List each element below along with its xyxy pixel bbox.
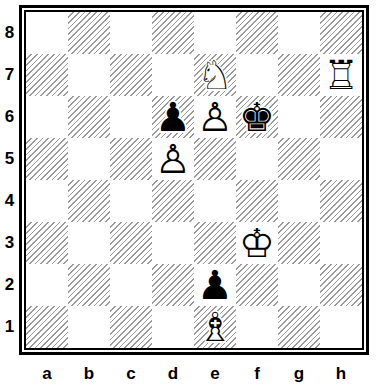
black-king[interactable]: ♚ xyxy=(236,96,278,138)
square-c7[interactable] xyxy=(110,54,152,96)
square-d2[interactable] xyxy=(152,264,194,306)
square-e6[interactable]: ♟♙ xyxy=(194,96,236,138)
square-f7[interactable] xyxy=(236,54,278,96)
file-labels: a b c d e f g h xyxy=(19,355,369,389)
square-h1[interactable] xyxy=(320,306,362,348)
square-c1[interactable] xyxy=(110,306,152,348)
piece-outline-layer: ♘ xyxy=(197,54,233,96)
square-e4[interactable] xyxy=(194,180,236,222)
square-d3[interactable] xyxy=(152,222,194,264)
square-b2[interactable] xyxy=(68,264,110,306)
square-a5[interactable] xyxy=(26,138,68,180)
rank-label-1: 1 xyxy=(0,306,19,348)
square-b3[interactable] xyxy=(68,222,110,264)
square-a4[interactable] xyxy=(26,180,68,222)
white-pawn[interactable]: ♟♙ xyxy=(194,96,236,138)
square-h7[interactable]: ♜♖ xyxy=(320,54,362,96)
square-e3[interactable] xyxy=(194,222,236,264)
square-h4[interactable] xyxy=(320,180,362,222)
square-e8[interactable] xyxy=(194,12,236,54)
white-knight[interactable]: ♞♘ xyxy=(194,54,236,96)
square-g6[interactable] xyxy=(278,96,320,138)
square-g7[interactable] xyxy=(278,54,320,96)
square-c8[interactable] xyxy=(110,12,152,54)
chess-diagram-page: 8 7 6 5 4 3 2 1 ♞♘♜♖♟♟♙♚♟♙♚♔♟♝♗ a b c d … xyxy=(0,0,385,389)
file-label-g: g xyxy=(278,364,320,389)
square-d7[interactable] xyxy=(152,54,194,96)
piece-outline-layer: ♙ xyxy=(155,138,191,180)
rank-label-7: 7 xyxy=(0,54,19,96)
square-b7[interactable] xyxy=(68,54,110,96)
rank-label-2: 2 xyxy=(0,264,19,306)
rank-label-4: 4 xyxy=(0,180,19,222)
file-label-a: a xyxy=(26,364,68,389)
square-e1[interactable]: ♝♗ xyxy=(194,306,236,348)
square-a2[interactable] xyxy=(26,264,68,306)
file-label-e: e xyxy=(194,364,236,389)
square-a3[interactable] xyxy=(26,222,68,264)
square-b5[interactable] xyxy=(68,138,110,180)
square-h6[interactable] xyxy=(320,96,362,138)
square-h8[interactable] xyxy=(320,12,362,54)
square-g8[interactable] xyxy=(278,12,320,54)
square-e2[interactable]: ♟ xyxy=(194,264,236,306)
piece-outline-layer: ♔ xyxy=(239,222,275,264)
piece-outline-layer: ♖ xyxy=(323,54,359,96)
rank-labels: 8 7 6 5 4 3 2 1 xyxy=(0,5,19,355)
square-g5[interactable] xyxy=(278,138,320,180)
file-label-d: d xyxy=(152,364,194,389)
square-f8[interactable] xyxy=(236,12,278,54)
piece-outline-layer: ♙ xyxy=(197,96,233,138)
rank-label-3: 3 xyxy=(0,222,19,264)
square-h2[interactable] xyxy=(320,264,362,306)
rank-label-8: 8 xyxy=(0,12,19,54)
square-g3[interactable] xyxy=(278,222,320,264)
white-pawn[interactable]: ♟♙ xyxy=(152,138,194,180)
square-a6[interactable] xyxy=(26,96,68,138)
square-f5[interactable] xyxy=(236,138,278,180)
rank-label-6: 6 xyxy=(0,96,19,138)
piece-outline-layer: ♗ xyxy=(197,306,233,348)
white-king[interactable]: ♚♔ xyxy=(236,222,278,264)
file-label-h: h xyxy=(320,364,362,389)
square-e5[interactable] xyxy=(194,138,236,180)
square-a8[interactable] xyxy=(26,12,68,54)
square-d4[interactable] xyxy=(152,180,194,222)
square-f6[interactable]: ♚ xyxy=(236,96,278,138)
square-d1[interactable] xyxy=(152,306,194,348)
square-f3[interactable]: ♚♔ xyxy=(236,222,278,264)
white-bishop[interactable]: ♝♗ xyxy=(194,306,236,348)
square-h3[interactable] xyxy=(320,222,362,264)
file-label-c: c xyxy=(110,364,152,389)
file-label-f: f xyxy=(236,364,278,389)
white-rook[interactable]: ♜♖ xyxy=(320,54,362,96)
square-b1[interactable] xyxy=(68,306,110,348)
square-f4[interactable] xyxy=(236,180,278,222)
file-label-b: b xyxy=(68,364,110,389)
square-f2[interactable] xyxy=(236,264,278,306)
square-c6[interactable] xyxy=(110,96,152,138)
square-d8[interactable] xyxy=(152,12,194,54)
square-a1[interactable] xyxy=(26,306,68,348)
chess-board: ♞♘♜♖♟♟♙♚♟♙♚♔♟♝♗ xyxy=(24,10,364,350)
square-b6[interactable] xyxy=(68,96,110,138)
square-b4[interactable] xyxy=(68,180,110,222)
square-c3[interactable] xyxy=(110,222,152,264)
square-a7[interactable] xyxy=(26,54,68,96)
chess-board-frame: ♞♘♜♖♟♟♙♚♟♙♚♔♟♝♗ xyxy=(19,5,369,355)
square-c5[interactable] xyxy=(110,138,152,180)
square-g2[interactable] xyxy=(278,264,320,306)
square-d5[interactable]: ♟♙ xyxy=(152,138,194,180)
square-g4[interactable] xyxy=(278,180,320,222)
square-g1[interactable] xyxy=(278,306,320,348)
black-pawn[interactable]: ♟ xyxy=(194,264,236,306)
square-d6[interactable]: ♟ xyxy=(152,96,194,138)
square-f1[interactable] xyxy=(236,306,278,348)
square-c4[interactable] xyxy=(110,180,152,222)
chess-diagram: 8 7 6 5 4 3 2 1 ♞♘♜♖♟♟♙♚♟♙♚♔♟♝♗ a b c d … xyxy=(0,5,369,389)
square-e7[interactable]: ♞♘ xyxy=(194,54,236,96)
square-b8[interactable] xyxy=(68,12,110,54)
square-c2[interactable] xyxy=(110,264,152,306)
black-pawn[interactable]: ♟ xyxy=(152,96,194,138)
square-h5[interactable] xyxy=(320,138,362,180)
rank-label-5: 5 xyxy=(0,138,19,180)
